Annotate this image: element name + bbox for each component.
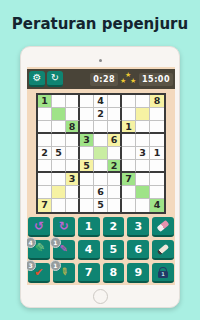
cell-r5c6[interactable] [108, 147, 122, 160]
cell-r5c2[interactable]: 5 [52, 147, 66, 160]
cell-r9c1[interactable]: 7 [38, 199, 52, 212]
cell-r4c1[interactable] [38, 134, 52, 147]
star-rating: ★ ★ ★ [120, 72, 137, 86]
cell-r9c4[interactable] [80, 199, 94, 212]
cell-r8c7[interactable] [122, 186, 136, 199]
cell-r4c5[interactable] [94, 134, 108, 147]
cell-r3c3[interactable]: 8 [66, 121, 80, 134]
cell-r9c8[interactable] [136, 199, 150, 212]
cell-r1c2[interactable] [52, 95, 66, 108]
star-icon: ★ [130, 78, 136, 85]
cell-r3c6[interactable] [108, 121, 122, 134]
cell-r4c9[interactable] [150, 134, 164, 147]
numpad-6[interactable]: 6 [127, 240, 149, 260]
numpad-9[interactable]: 9 [127, 263, 149, 283]
cell-r2c3[interactable] [66, 108, 80, 121]
redo-arrow-icon: ↻ [59, 220, 69, 232]
cell-r3c8[interactable] [136, 121, 150, 134]
undo-button[interactable]: ↺ [28, 217, 50, 237]
numpad-7[interactable]: 7 [78, 263, 100, 283]
cell-r8c6[interactable] [108, 186, 122, 199]
app-screen: ⚙ ↻ 0:28 ★ ★ ★ 15:00 1482813625315237675… [27, 67, 175, 285]
cell-r2c8[interactable] [136, 108, 150, 121]
cell-r2c6[interactable] [108, 108, 122, 121]
cell-r9c9[interactable]: 4 [150, 199, 164, 212]
cell-r8c9[interactable] [150, 186, 164, 199]
redo-button[interactable]: ↻ [53, 217, 75, 237]
marker-icon [157, 243, 169, 255]
cell-r1c7[interactable] [122, 95, 136, 108]
note-pencil-button[interactable]: 1 ✎ [53, 263, 75, 283]
cell-r6c5[interactable] [94, 160, 108, 173]
cell-r1c9[interactable]: 8 [150, 95, 164, 108]
cell-r6c1[interactable] [38, 160, 52, 173]
check-button[interactable]: 3 ✔ [28, 263, 50, 283]
status-bar: ⚙ ↻ 0:28 ★ ★ ★ 15:00 [27, 69, 175, 89]
cell-r8c2[interactable] [52, 186, 66, 199]
cell-r4c2[interactable] [52, 134, 66, 147]
restart-icon: ↻ [51, 73, 59, 83]
cell-r8c8[interactable] [136, 186, 150, 199]
undo-arrow-icon: ↺ [34, 220, 44, 232]
restart-button[interactable]: ↻ [47, 71, 63, 87]
cell-r6c4[interactable]: 5 [80, 160, 94, 173]
home-button [93, 289, 108, 304]
cell-r8c3[interactable] [66, 186, 80, 199]
cell-r1c1[interactable]: 1 [38, 95, 52, 108]
cell-r5c1[interactable]: 2 [38, 147, 52, 160]
numpad-2[interactable]: 2 [103, 217, 125, 237]
cell-r2c4[interactable] [80, 108, 94, 121]
cell-r5c9[interactable]: 1 [150, 147, 164, 160]
cell-r2c9[interactable] [150, 108, 164, 121]
elapsed-time: 0:28 [90, 73, 118, 86]
time-limit: 15:00 [139, 73, 173, 86]
pen-icon: ✎ [60, 244, 68, 254]
pen-badge: 1 [50, 237, 61, 248]
cell-r7c3[interactable]: 3 [66, 173, 80, 186]
eraser-button[interactable] [152, 217, 174, 237]
cell-r7c4[interactable] [80, 173, 94, 186]
cell-r7c8[interactable] [136, 173, 150, 186]
cell-r7c2[interactable] [52, 173, 66, 186]
cell-r3c9[interactable] [150, 121, 164, 134]
cell-r4c8[interactable] [136, 134, 150, 147]
pencils-icon: ✎ [35, 244, 43, 254]
cell-r3c5[interactable] [94, 121, 108, 134]
cell-r5c8[interactable]: 3 [136, 147, 150, 160]
cell-r5c5[interactable] [94, 147, 108, 160]
numpad-3[interactable]: 3 [127, 217, 149, 237]
cell-r1c8[interactable] [136, 95, 150, 108]
cell-r7c7[interactable]: 7 [122, 173, 136, 186]
cell-r5c3[interactable] [66, 147, 80, 160]
cell-r9c7[interactable] [122, 199, 136, 212]
cell-r6c6[interactable]: 2 [108, 160, 122, 173]
lock-button[interactable]: 1 [152, 263, 174, 283]
pencil-marks-button[interactable]: 4 ✎ [28, 240, 50, 260]
cell-r3c7[interactable]: 1 [122, 121, 136, 134]
cell-r4c7[interactable] [122, 134, 136, 147]
tablet-mockup: ⚙ ↻ 0:28 ★ ★ ★ 15:00 1482813625315237675… [20, 46, 180, 308]
cell-r3c4[interactable] [80, 121, 94, 134]
cell-r4c4[interactable]: 3 [80, 134, 94, 147]
cell-r7c9[interactable] [150, 173, 164, 186]
marker-button[interactable] [152, 240, 174, 260]
tablet-camera [99, 59, 102, 62]
cell-r4c6[interactable]: 6 [108, 134, 122, 147]
cell-r2c1[interactable] [38, 108, 52, 121]
cell-r6c3[interactable] [66, 160, 80, 173]
control-panel: ↺ ↻ 1 2 3 4 ✎ 1 ✎ 4 5 6 3 ✔ [28, 217, 174, 283]
cell-r8c4[interactable] [80, 186, 94, 199]
cell-r7c1[interactable] [38, 173, 52, 186]
numpad-1[interactable]: 1 [78, 217, 100, 237]
cell-r7c6[interactable] [108, 173, 122, 186]
cell-r6c2[interactable] [52, 160, 66, 173]
checkmark-icon: ✔ [34, 267, 43, 278]
cell-r9c5[interactable]: 5 [94, 199, 108, 212]
cell-r1c6[interactable] [108, 95, 122, 108]
numpad-5[interactable]: 5 [103, 240, 125, 260]
cell-r2c7[interactable] [122, 108, 136, 121]
cell-r9c3[interactable] [66, 199, 80, 212]
lock-digit: 1 [158, 271, 168, 278]
cell-r1c4[interactable] [80, 95, 94, 108]
cell-r4c3[interactable] [66, 134, 80, 147]
eraser-icon [157, 220, 170, 232]
numpad-4[interactable]: 4 [78, 240, 100, 260]
cell-r6c9[interactable] [150, 160, 164, 173]
note-pencil-badge: 1 [50, 260, 61, 271]
cell-r8c1[interactable] [38, 186, 52, 199]
cell-r9c6[interactable] [108, 199, 122, 212]
sudoku-board: 14828136253152376754 [36, 93, 166, 214]
cell-r2c5[interactable]: 2 [94, 108, 108, 121]
cell-r6c7[interactable] [122, 160, 136, 173]
settings-button[interactable]: ⚙ [29, 71, 45, 87]
cell-r8c5[interactable]: 6 [94, 186, 108, 199]
star-icon: ★ [120, 78, 126, 85]
cell-r7c5[interactable] [94, 173, 108, 186]
lock-icon: 1 [158, 267, 168, 278]
cell-r9c2[interactable] [52, 199, 66, 212]
cell-r5c7[interactable] [122, 147, 136, 160]
pen-button[interactable]: 1 ✎ [53, 240, 75, 260]
cell-r3c2[interactable] [52, 121, 66, 134]
cell-r5c4[interactable] [80, 147, 94, 160]
cell-r3c1[interactable] [38, 121, 52, 134]
cell-r1c3[interactable] [66, 95, 80, 108]
cell-r2c2[interactable] [52, 108, 66, 121]
numpad-8[interactable]: 8 [103, 263, 125, 283]
cell-r1c5[interactable]: 4 [94, 95, 108, 108]
cell-r6c8[interactable] [136, 160, 150, 173]
gear-icon: ⚙ [33, 73, 42, 83]
page-title: Peraturan pepenjuru [0, 15, 200, 33]
